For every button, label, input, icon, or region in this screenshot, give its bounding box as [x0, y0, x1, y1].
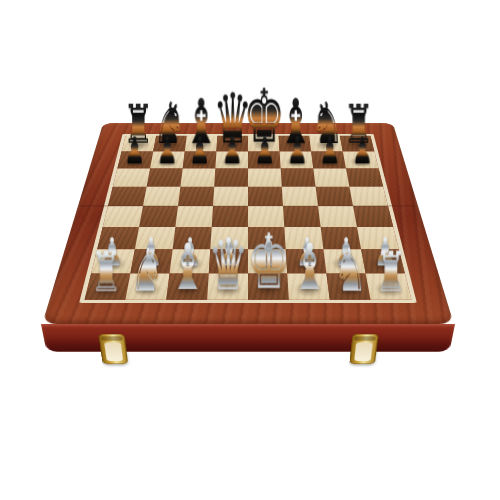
chess-board: ♜♞♝♛♚♝♞♜♟♟♟♟♟♟♟♟♟♟♟♟♟♟♟♟♜♞♝♛♚♝♞♜	[42, 123, 454, 324]
square-a7[interactable]: ♟	[117, 152, 153, 169]
square-a4[interactable]	[103, 206, 143, 227]
square-c5[interactable]	[178, 187, 214, 206]
brass-latch-right	[349, 334, 379, 364]
square-d7[interactable]: ♟	[215, 152, 248, 169]
square-g1[interactable]: ♞	[326, 273, 370, 299]
latch-window	[354, 342, 373, 361]
piece-black-pawn-e7[interactable]: ♟	[254, 133, 275, 166]
piece-black-pawn-g7[interactable]: ♟	[319, 133, 340, 166]
square-h6[interactable]	[346, 169, 383, 187]
square-b1[interactable]: ♞	[125, 273, 169, 299]
square-a6[interactable]	[113, 169, 150, 187]
latch-window	[104, 342, 123, 361]
square-g7[interactable]: ♟	[311, 152, 346, 169]
chess-board-grid: ♜♞♝♛♚♝♞♜♟♟♟♟♟♟♟♟♟♟♟♟♟♟♟♟♜♞♝♛♚♝♞♜	[85, 136, 412, 300]
square-h1[interactable]: ♜	[366, 273, 412, 299]
piece-white-knight-b1[interactable]: ♞	[129, 243, 163, 297]
piece-white-rook-h1[interactable]: ♜	[375, 247, 407, 297]
square-e1[interactable]: ♚	[248, 273, 289, 299]
product-photo-scene: ♜♞♝♛♚♝♞♜♟♟♟♟♟♟♟♟♟♟♟♟♟♟♟♟♜♞♝♛♚♝♞♜	[0, 0, 500, 500]
square-b5[interactable]	[143, 187, 180, 206]
square-b7[interactable]: ♟	[150, 152, 185, 169]
piece-black-pawn-c7[interactable]: ♟	[189, 133, 210, 166]
latch-hinge-bar	[354, 336, 376, 340]
board-frame: ♜♞♝♛♚♝♞♜♟♟♟♟♟♟♟♟♟♟♟♟♟♟♟♟♜♞♝♛♚♝♞♜	[42, 123, 454, 324]
square-c7[interactable]: ♟	[183, 152, 217, 169]
piece-black-pawn-d7[interactable]: ♟	[221, 133, 242, 166]
square-h5[interactable]	[349, 187, 388, 206]
piece-white-bishop-f1[interactable]: ♝	[291, 239, 328, 297]
square-b6[interactable]	[147, 169, 183, 187]
board-front-edge	[41, 324, 455, 352]
square-d1[interactable]: ♛	[207, 273, 248, 299]
square-b4[interactable]	[139, 206, 178, 227]
square-e7[interactable]: ♟	[248, 152, 281, 169]
piece-black-pawn-b7[interactable]: ♟	[156, 133, 177, 166]
piece-white-queen-d1[interactable]: ♛	[207, 232, 248, 296]
square-a5[interactable]	[108, 187, 147, 206]
square-h4[interactable]	[353, 206, 393, 227]
square-d6[interactable]	[214, 169, 248, 187]
square-d5[interactable]	[213, 187, 248, 206]
brass-latch-left	[98, 334, 128, 364]
piece-white-knight-g1[interactable]: ♞	[333, 243, 367, 297]
latch-hinge-bar	[101, 336, 123, 340]
square-c1[interactable]: ♝	[166, 273, 208, 299]
square-f1[interactable]: ♝	[287, 273, 329, 299]
square-e5[interactable]	[248, 187, 283, 206]
square-g6[interactable]	[313, 169, 349, 187]
square-f6[interactable]	[281, 169, 316, 187]
piece-black-pawn-h7[interactable]: ♟	[351, 133, 372, 166]
piece-white-rook-a1[interactable]: ♜	[90, 247, 122, 297]
piece-black-pawn-f7[interactable]: ♟	[286, 133, 307, 166]
board-inlay-border: ♜♞♝♛♚♝♞♜♟♟♟♟♟♟♟♟♟♟♟♟♟♟♟♟♜♞♝♛♚♝♞♜	[79, 134, 417, 303]
square-a1[interactable]: ♜	[85, 273, 131, 299]
square-g5[interactable]	[316, 187, 353, 206]
piece-black-pawn-a7[interactable]: ♟	[123, 133, 144, 166]
square-h7[interactable]: ♟	[343, 152, 379, 169]
piece-white-bishop-c1[interactable]: ♝	[169, 239, 206, 297]
square-e6[interactable]	[248, 169, 282, 187]
square-f5[interactable]	[282, 187, 318, 206]
piece-white-king-e1[interactable]: ♚	[247, 228, 291, 296]
square-g4[interactable]	[318, 206, 357, 227]
square-f7[interactable]: ♟	[280, 152, 314, 169]
square-c6[interactable]	[180, 169, 215, 187]
